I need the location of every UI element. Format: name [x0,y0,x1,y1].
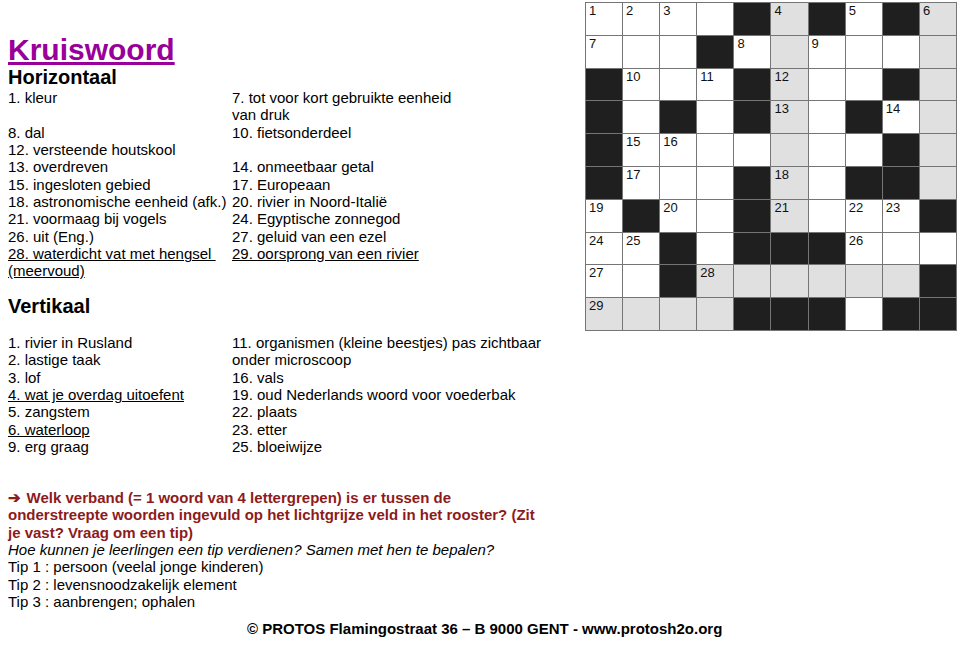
cell-r3-c10[interactable] [920,69,956,101]
cell-r2-c2[interactable] [623,36,659,68]
clue-line: onder microscoop [232,351,662,368]
cell-r6-c4[interactable] [697,167,733,199]
clue-number: 19 [589,201,603,215]
cell-r4-c4[interactable] [697,101,733,133]
cell-r4-c8 [846,101,882,133]
cell-r7-c4[interactable] [697,200,733,232]
clue-line: 18. astronomische eenheid (afk.) [8,193,232,210]
clue-number: 13 [774,102,788,116]
clue-number: 7 [589,37,596,51]
clue-number: 12 [774,70,788,84]
cell-r7-c3[interactable]: 20 [660,200,696,232]
clue-number: 17 [626,168,640,182]
question-text-1: Welk verband (= 1 woord van 4 lettergrep… [27,489,451,506]
vertical-clues-column-1: 1. rivier in Rusland2. lastige taak3. lo… [8,334,232,455]
cell-r7-c6[interactable]: 21 [771,200,807,232]
question-line-2: onderstreepte woorden ingevuld op het li… [8,506,638,523]
cell-r5-c6[interactable] [771,134,807,166]
cell-r4-c9[interactable]: 14 [883,101,919,133]
clue-line: 14. onmeetbaar getal [232,158,588,175]
clue-line: 23. etter [232,421,662,438]
clue-line: 28. waterdicht vat met hengsel [8,245,232,262]
clue-number: 24 [589,234,603,248]
cell-r9-c7[interactable] [809,265,845,297]
clue-line: 17. Europeaan [232,176,588,193]
cell-r9-c10 [920,265,956,297]
cell-r5-c9 [883,134,919,166]
cell-r10-c4[interactable] [697,298,733,330]
cell-r3-c8[interactable] [846,69,882,101]
vertical-heading: Vertikaal [8,295,90,318]
clue-line: 27. geluid van een ezel [232,228,588,245]
cell-r5-c7[interactable] [809,134,845,166]
cell-r2-c1[interactable]: 7 [586,36,622,68]
cell-r5-c3[interactable]: 16 [660,134,696,166]
cell-r3-c1 [586,69,622,101]
cell-r7-c7[interactable] [809,200,845,232]
cell-r7-c10 [920,200,956,232]
clue-line: 26. uit (Eng.) [8,228,232,245]
cell-r1-c3[interactable]: 3 [660,3,696,35]
copyright-footer: © PROTOS Flamingostraat 36 – B 9000 GENT… [247,620,722,637]
cell-r5-c1 [586,134,622,166]
question-line-3: je vast? Vraag om een tip) [8,524,638,541]
clue-number: 29 [589,299,603,313]
clue-number: 4 [774,4,781,18]
clue-line: 9. erg graag [8,438,232,455]
cell-r1-c4[interactable] [697,3,733,35]
clue-line: 4. wat je overdag uitoefent [8,386,232,403]
cell-r1-c8[interactable]: 5 [846,3,882,35]
cell-r6-c9 [883,167,919,199]
cell-r6-c7[interactable] [809,167,845,199]
clue-number: 22 [849,201,863,215]
clue-line: 2. lastige taak [8,351,232,368]
clue-number: 21 [774,201,788,215]
cell-r1-c10[interactable]: 6 [920,3,956,35]
clue-number: 9 [812,37,819,51]
cell-r1-c5 [734,3,770,35]
worksheet-page: Kruiswoord Horizontaal 1. kleur 8. dal12… [0,0,960,648]
horizontal-clues-column-2: 7. tot voor kort gebruikte eenheidvan dr… [232,89,588,262]
cell-r8-c4[interactable] [697,233,733,265]
cell-r5-c8[interactable] [846,134,882,166]
cell-r5-c10[interactable] [920,134,956,166]
clue-line: 24. Egyptische zonnegod [232,210,588,227]
horizontal-clues-column-1: 1. kleur 8. dal12. versteende houtskool1… [8,89,232,280]
cell-r5-c5[interactable] [734,134,770,166]
cell-r3-c3[interactable] [660,69,696,101]
cell-r4-c1 [586,101,622,133]
clue-line: 25. bloeiwijze [232,438,662,455]
clue-number: 3 [663,4,670,18]
cell-r1-c6[interactable]: 4 [771,3,807,35]
clue-line: 1. rivier in Rusland [8,334,232,351]
clue-number: 10 [626,70,640,84]
cell-r7-c2 [623,200,659,232]
cell-r2-c7[interactable]: 9 [809,36,845,68]
cell-r6-c3[interactable] [660,167,696,199]
cell-r7-c8[interactable]: 22 [846,200,882,232]
cell-r2-c8[interactable] [846,36,882,68]
cell-r3-c6[interactable]: 12 [771,69,807,101]
crossword-grid: 1234567891011121314151617181920212223242… [585,2,957,331]
cell-r10-c8[interactable] [846,298,882,330]
cell-r9-c2[interactable] [623,265,659,297]
cell-r6-c10[interactable] [920,167,956,199]
clue-number: 6 [923,4,930,18]
clue-line: 22. plaats [232,403,662,420]
vertical-clues-column-2: 11. organismen (kleine beestjes) pas zic… [232,334,662,455]
clue-line: 20. rivier in Noord-Italië [232,193,588,210]
cell-r3-c9 [883,69,919,101]
clue-number: 2 [626,4,633,18]
cell-r10-c1[interactable]: 29 [586,298,622,330]
clue-line: 13. overdreven [8,158,232,175]
cell-r2-c6[interactable] [771,36,807,68]
cell-r7-c9[interactable]: 23 [883,200,919,232]
clue-number: 26 [849,234,863,248]
clue-line: 15. ingesloten gebied [8,176,232,193]
clue-line [232,141,588,158]
cell-r2-c5[interactable]: 8 [734,36,770,68]
clue-number: 23 [886,201,900,215]
tip-1: Tip 1 : persoon (veelal jonge kinderen) [8,558,638,575]
cell-r9-c3 [660,265,696,297]
cell-r4-c7[interactable] [809,101,845,133]
cell-r9-c1[interactable]: 27 [586,265,622,297]
clue-line: 7. tot voor kort gebruikte eenheid [232,89,588,106]
cell-r9-c5[interactable] [734,265,770,297]
clue-number: 1 [589,4,596,18]
cell-r3-c2[interactable]: 10 [623,69,659,101]
cell-r4-c3 [660,101,696,133]
page-title: Kruiswoord [8,33,175,67]
clue-number: 14 [886,102,900,116]
cell-r2-c4 [697,36,733,68]
cell-r8-c5 [734,233,770,265]
tip-3: Tip 3 : aanbrengen; ophalen [8,593,638,610]
clue-line: 5. zangstem [8,403,232,420]
clue-line: 3. lof [8,369,232,386]
cell-r1-c9 [883,3,919,35]
cell-r7-c1[interactable]: 19 [586,200,622,232]
cell-r8-c6 [771,233,807,265]
clue-line: 10. fietsonderdeel [232,124,588,141]
cell-r4-c2[interactable] [623,101,659,133]
clue-number: 25 [626,234,640,248]
clue-line: 21. voormaag bij vogels [8,210,232,227]
cell-r9-c6[interactable] [771,265,807,297]
clue-number: 20 [663,201,677,215]
cell-r8-c2[interactable]: 25 [623,233,659,265]
cell-r8-c7 [809,233,845,265]
clue-line: 12. versteende houtskool [8,141,232,158]
clue-line: 19. oud Nederlands woord voor voederbak [232,386,662,403]
clue-line: 6. waterloop [8,421,232,438]
cell-r5-c2[interactable]: 15 [623,134,659,166]
cell-r5-c4[interactable] [697,134,733,166]
cell-r1-c1[interactable]: 1 [586,3,622,35]
clue-number: 15 [626,135,640,149]
clue-number: 11 [700,70,714,84]
cell-r9-c4[interactable]: 28 [697,265,733,297]
clue-number: 18 [774,168,788,182]
cell-r10-c9 [883,298,919,330]
cell-r10-c2[interactable] [623,298,659,330]
clue-number: 28 [700,266,714,280]
hint-question: Hoe kunnen je leerlingen een tip verdien… [8,541,638,558]
cell-r3-c5 [734,69,770,101]
cell-r8-c8[interactable]: 26 [846,233,882,265]
clue-line: (meervoud) [8,262,232,279]
cell-r10-c6 [771,298,807,330]
clue-line: 1. kleur [8,89,232,106]
arrow-icon: ➔ [8,489,21,506]
cell-r10-c7 [809,298,845,330]
cell-r8-c9[interactable] [883,233,919,265]
cell-r3-c4[interactable]: 11 [697,69,733,101]
cell-r3-c7[interactable] [809,69,845,101]
cell-r6-c5 [734,167,770,199]
clue-line: 8. dal [8,124,232,141]
cell-r6-c2[interactable]: 17 [623,167,659,199]
question-line-1: ➔Welk verband (= 1 woord van 4 lettergre… [8,489,638,506]
cell-r1-c2[interactable]: 2 [623,3,659,35]
cell-r6-c6[interactable]: 18 [771,167,807,199]
cell-r10-c3[interactable] [660,298,696,330]
cell-r10-c10 [920,298,956,330]
cell-r6-c8 [846,167,882,199]
cell-r6-c1 [586,167,622,199]
cell-r8-c1[interactable]: 24 [586,233,622,265]
clue-line: van druk [232,106,588,123]
cell-r2-c3[interactable] [660,36,696,68]
cell-r2-c9[interactable] [883,36,919,68]
clue-number: 5 [849,4,856,18]
clue-number: 16 [663,135,677,149]
clue-number: 27 [589,266,603,280]
cell-r4-c6[interactable]: 13 [771,101,807,133]
clue-line: 29. oorsprong van een rivier [232,245,588,262]
cell-r2-c10[interactable] [920,36,956,68]
cell-r8-c3 [660,233,696,265]
clue-line: 11. organismen (kleine beestjes) pas zic… [232,334,662,351]
question-block: ➔Welk verband (= 1 woord van 4 lettergre… [8,489,638,610]
cell-r10-c5 [734,298,770,330]
horizontal-heading: Horizontaal [8,66,117,89]
cell-r9-c9[interactable] [883,265,919,297]
clue-line [8,106,232,123]
cell-r1-c7 [809,3,845,35]
tip-2: Tip 2 : levensnoodzakelijk element [8,576,638,593]
cell-r4-c5 [734,101,770,133]
cell-r7-c5 [734,200,770,232]
cell-r9-c8[interactable] [846,265,882,297]
clue-line: 16. vals [232,369,662,386]
cell-r8-c10[interactable] [920,233,956,265]
cell-r4-c10[interactable] [920,101,956,133]
clue-number: 8 [737,37,744,51]
